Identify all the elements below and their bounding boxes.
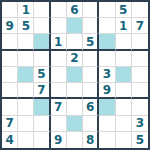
sudoku-cell-r7c1[interactable] [2, 99, 18, 115]
sudoku-board: 1659517152537976734985 [0, 0, 150, 150]
sudoku-cell-r8c7[interactable] [99, 116, 115, 132]
sudoku-cell-r1c2[interactable]: 1 [18, 2, 34, 18]
sudoku-cell-r5c6[interactable] [83, 67, 99, 83]
sudoku-cell-r3c5[interactable] [67, 34, 83, 50]
sudoku-cell-r6c7[interactable]: 9 [99, 83, 115, 99]
sudoku-cell-r1c8[interactable]: 5 [116, 2, 132, 18]
sudoku-cell-r9c5[interactable] [67, 132, 83, 148]
sudoku-cell-r2c7[interactable] [99, 18, 115, 34]
sudoku-cell-r6c8[interactable] [116, 83, 132, 99]
sudoku-cell-r2c6[interactable] [83, 18, 99, 34]
sudoku-cell-r6c4[interactable] [51, 83, 67, 99]
sudoku-cell-r3c8[interactable] [116, 34, 132, 50]
sudoku-cell-r4c2[interactable] [18, 51, 34, 67]
sudoku-cell-r7c7[interactable] [99, 99, 115, 115]
sudoku-cell-r6c3[interactable]: 7 [34, 83, 50, 99]
sudoku-cell-r4c4[interactable] [51, 51, 67, 67]
sudoku-cell-r8c2[interactable] [18, 116, 34, 132]
sudoku-cell-r4c9[interactable] [132, 51, 148, 67]
sudoku-cell-r4c3[interactable] [34, 51, 50, 67]
sudoku-cell-r3c6[interactable]: 5 [83, 34, 99, 50]
sudoku-cell-r4c6[interactable] [83, 51, 99, 67]
sudoku-cell-r4c1[interactable] [2, 51, 18, 67]
sudoku-cell-r8c3[interactable] [34, 116, 50, 132]
sudoku-cell-r1c3[interactable] [34, 2, 50, 18]
sudoku-cell-r3c2[interactable] [18, 34, 34, 50]
sudoku-cell-r8c9[interactable]: 3 [132, 116, 148, 132]
sudoku-cell-r4c8[interactable] [116, 51, 132, 67]
sudoku-cell-r7c3[interactable] [34, 99, 50, 115]
sudoku-cell-r3c7[interactable] [99, 34, 115, 50]
sudoku-cell-r1c9[interactable] [132, 2, 148, 18]
sudoku-cell-r4c5[interactable]: 2 [67, 51, 83, 67]
sudoku-cell-r5c8[interactable] [116, 67, 132, 83]
sudoku-cell-r2c8[interactable]: 1 [116, 18, 132, 34]
sudoku-cell-r9c4[interactable]: 9 [51, 132, 67, 148]
sudoku-cell-r1c1[interactable] [2, 2, 18, 18]
sudoku-cell-r8c1[interactable]: 7 [2, 116, 18, 132]
sudoku-cell-r6c9[interactable] [132, 83, 148, 99]
sudoku-cell-r1c6[interactable] [83, 2, 99, 18]
sudoku-cell-r2c4[interactable] [51, 18, 67, 34]
sudoku-cell-r3c3[interactable] [34, 34, 50, 50]
sudoku-cell-r5c5[interactable] [67, 67, 83, 83]
sudoku-cell-r9c2[interactable] [18, 132, 34, 148]
sudoku-cell-r2c5[interactable] [67, 18, 83, 34]
sudoku-cell-r9c6[interactable]: 8 [83, 132, 99, 148]
sudoku-cell-r8c4[interactable] [51, 116, 67, 132]
sudoku-cell-r5c9[interactable] [132, 67, 148, 83]
sudoku-cell-r6c5[interactable] [67, 83, 83, 99]
sudoku-cell-r7c2[interactable] [18, 99, 34, 115]
sudoku-cell-r1c5[interactable]: 6 [67, 2, 83, 18]
sudoku-cell-r5c3[interactable]: 5 [34, 67, 50, 83]
sudoku-cell-r9c9[interactable]: 5 [132, 132, 148, 148]
sudoku-cell-r2c9[interactable]: 7 [132, 18, 148, 34]
sudoku-cell-r7c5[interactable] [67, 99, 83, 115]
sudoku-cell-r1c7[interactable] [99, 2, 115, 18]
sudoku-cell-r9c1[interactable]: 4 [2, 132, 18, 148]
sudoku-cell-r5c2[interactable] [18, 67, 34, 83]
sudoku-cell-r8c5[interactable] [67, 116, 83, 132]
sudoku-cell-r6c1[interactable] [2, 83, 18, 99]
sudoku-cell-r9c7[interactable] [99, 132, 115, 148]
sudoku-cell-r8c8[interactable] [116, 116, 132, 132]
sudoku-cell-r2c2[interactable]: 5 [18, 18, 34, 34]
sudoku-cell-r5c4[interactable] [51, 67, 67, 83]
sudoku-cell-r7c6[interactable]: 6 [83, 99, 99, 115]
sudoku-cell-r3c1[interactable] [2, 34, 18, 50]
sudoku-cell-r2c3[interactable] [34, 18, 50, 34]
sudoku-cell-r7c9[interactable] [132, 99, 148, 115]
sudoku-cell-r1c4[interactable] [51, 2, 67, 18]
sudoku-cell-r9c8[interactable] [116, 132, 132, 148]
sudoku-cell-r5c1[interactable] [2, 67, 18, 83]
sudoku-cell-r6c6[interactable] [83, 83, 99, 99]
sudoku-cell-r9c3[interactable] [34, 132, 50, 148]
sudoku-cell-r4c7[interactable] [99, 51, 115, 67]
sudoku-cell-r3c9[interactable] [132, 34, 148, 50]
sudoku-cell-r5c7[interactable]: 3 [99, 67, 115, 83]
sudoku-cell-r3c4[interactable]: 1 [51, 34, 67, 50]
sudoku-cell-r8c6[interactable] [83, 116, 99, 132]
sudoku-cell-r2c1[interactable]: 9 [2, 18, 18, 34]
sudoku-cell-r7c8[interactable] [116, 99, 132, 115]
sudoku-cell-r7c4[interactable]: 7 [51, 99, 67, 115]
sudoku-cell-r6c2[interactable] [18, 83, 34, 99]
